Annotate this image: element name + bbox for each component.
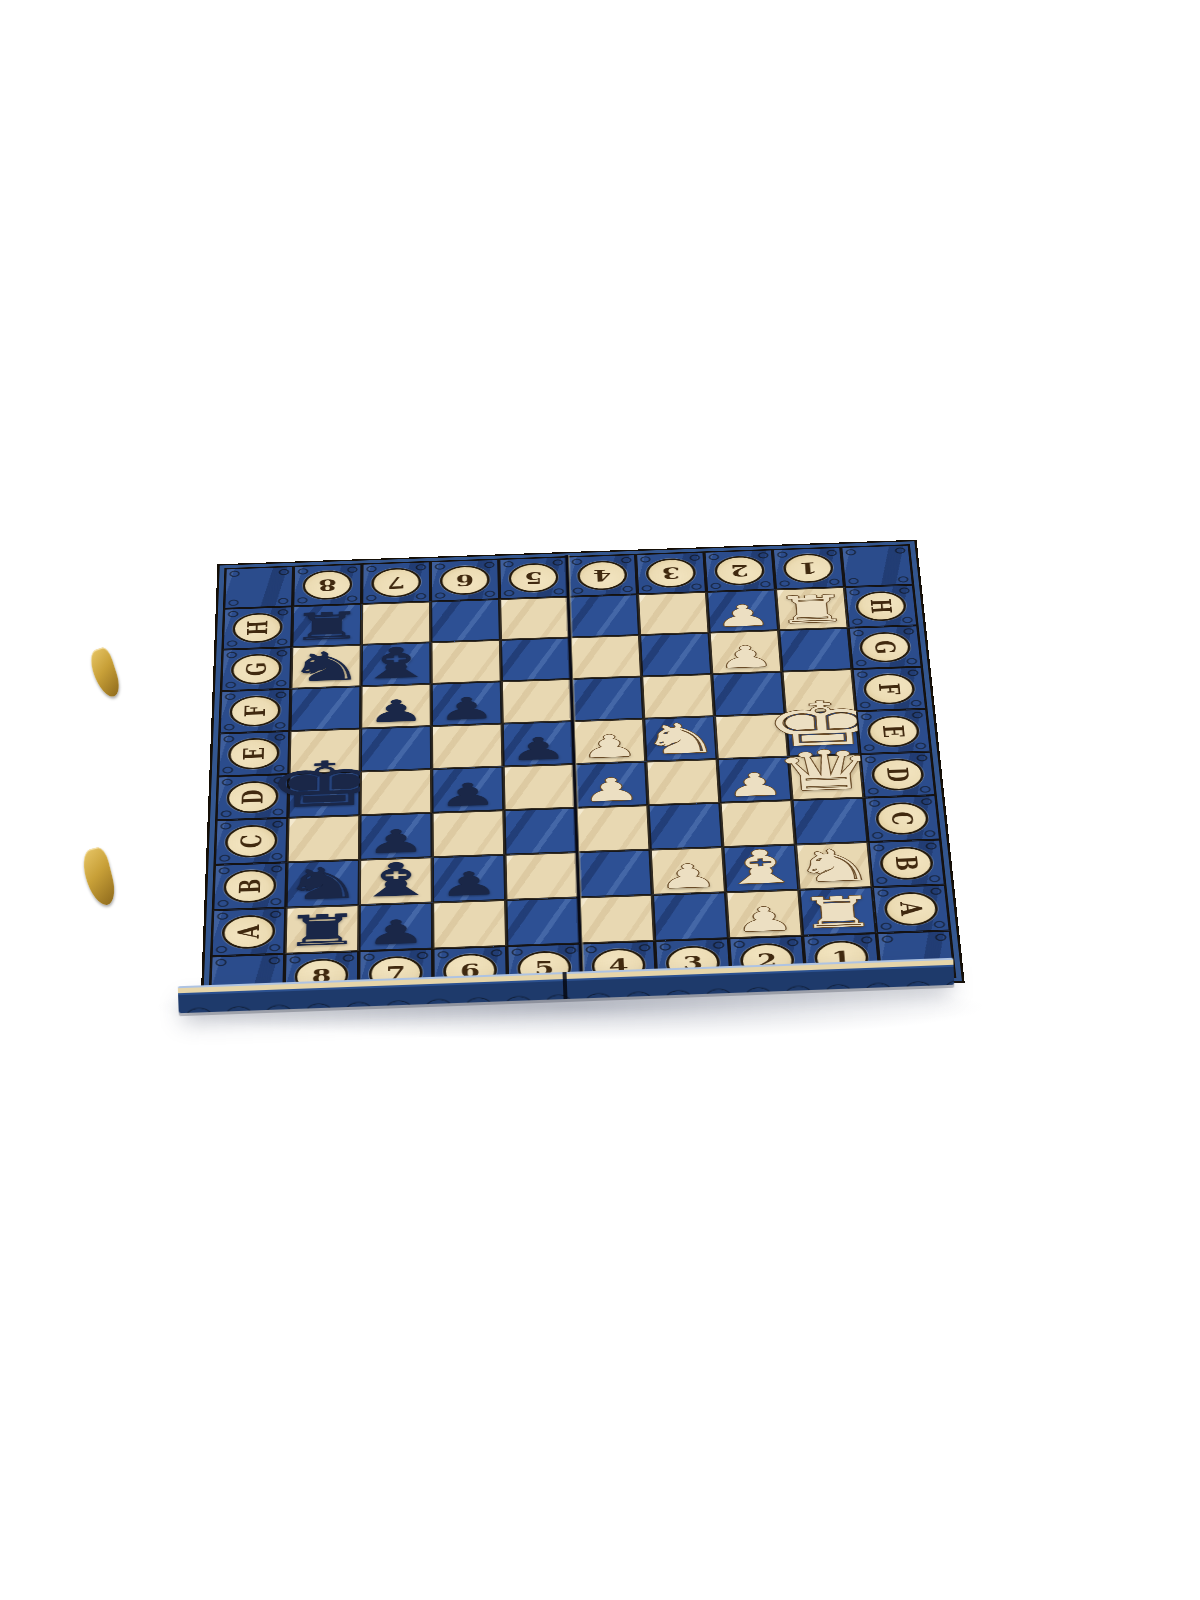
coord-top-1: 1 (772, 547, 844, 589)
square-d7[interactable] (360, 769, 432, 815)
piece-white-pawn-b3[interactable]: ♟ (657, 859, 719, 893)
coord-top-3: 3 (636, 552, 707, 594)
square-h4[interactable] (569, 594, 640, 637)
coord-disc: C (875, 802, 930, 836)
square-c3[interactable] (648, 803, 723, 850)
square-h2[interactable]: ♟ (707, 589, 779, 632)
square-f8[interactable] (290, 686, 361, 731)
square-c6[interactable] (432, 810, 505, 857)
coord-disc: 3 (645, 558, 696, 589)
square-b3[interactable]: ♟ (650, 847, 726, 895)
piece-white-pawn-d4[interactable]: ♟ (581, 773, 641, 806)
piece-black-pawn-e5[interactable]: ♟ (509, 733, 568, 766)
piece-white-rook-h1[interactable]: ♜ (774, 590, 850, 630)
coord-disc: 5 (508, 563, 558, 594)
square-a2[interactable]: ♟ (726, 890, 803, 939)
piece-black-pawn-f6[interactable]: ♟ (437, 693, 495, 725)
piece-black-bishop-g7[interactable]: ♝ (355, 641, 437, 686)
square-h6[interactable] (431, 599, 501, 642)
coord-disc: 7 (371, 567, 421, 598)
coord-disc: D (870, 758, 925, 791)
square-f3[interactable] (642, 674, 715, 719)
page: { "game": "chess", "board": { "files_top… (0, 0, 1200, 1600)
board-face: 87654321H♜♟♜HG♞♝♟GF♟♟FE♟♟♞♚ED♚♟♟♟♛DC♟CB♞… (200, 540, 964, 1009)
square-h8[interactable]: ♜ (292, 604, 362, 647)
square-f5[interactable] (501, 679, 573, 724)
square-d5[interactable] (503, 764, 576, 810)
coord-disc: A (883, 891, 939, 926)
coord-disc: G (858, 631, 911, 663)
square-d3[interactable] (646, 759, 720, 805)
coord-disc: F (229, 695, 281, 727)
square-a3[interactable] (652, 892, 728, 941)
square-g8[interactable]: ♞ (291, 645, 361, 689)
square-e5[interactable]: ♟ (502, 721, 574, 766)
square-f6[interactable]: ♟ (431, 681, 502, 726)
coord-disc: 1 (782, 553, 834, 584)
square-d6[interactable]: ♟ (432, 767, 504, 813)
coord-disc: H (232, 612, 283, 643)
piece-white-pawn-g2[interactable]: ♟ (716, 641, 775, 672)
square-d4[interactable]: ♟ (574, 762, 648, 808)
piece-black-knight-g8[interactable]: ♞ (287, 645, 365, 688)
piece-black-knight-b8[interactable]: ♞ (282, 860, 364, 906)
perspective-stage: 87654321H♜♟♜HG♞♝♟GF♟♟FE♟♟♞♚ED♚♟♟♟♛DC♟CB♞… (217, 540, 941, 1264)
brass-clasp-icon (87, 646, 123, 700)
square-g6[interactable] (431, 640, 501, 684)
square-d8[interactable]: ♚ (288, 772, 360, 818)
square-h1[interactable]: ♜ (775, 587, 848, 630)
square-b5[interactable] (505, 852, 579, 900)
piece-black-pawn-b6[interactable]: ♟ (439, 867, 499, 901)
square-a5[interactable] (506, 897, 581, 946)
coord-disc: B (223, 869, 277, 904)
piece-white-rook-a1[interactable]: ♜ (797, 890, 878, 935)
square-b7[interactable]: ♝ (359, 857, 432, 905)
coord-right-H: H (844, 585, 917, 628)
piece-white-pawn-a2[interactable]: ♟ (733, 902, 796, 937)
square-a6[interactable] (432, 900, 506, 949)
coord-right-D: D (860, 752, 936, 798)
coord-disc: 4 (577, 560, 628, 591)
board-grid: 87654321H♜♟♜HG♞♝♟GF♟♟FE♟♟♞♚ED♚♟♟♟♛DC♟CB♞… (209, 545, 955, 1004)
coord-top-4: 4 (567, 554, 637, 596)
square-b8[interactable]: ♞ (286, 860, 360, 908)
square-c1[interactable] (792, 798, 868, 845)
coord-disc: G (231, 653, 282, 685)
square-a1[interactable]: ♜ (799, 887, 877, 936)
coord-disc: H (855, 591, 908, 622)
square-g5[interactable] (500, 637, 571, 681)
square-h3[interactable] (638, 592, 710, 635)
square-a4[interactable] (579, 895, 655, 944)
piece-black-bishop-b7[interactable]: ♝ (353, 855, 439, 904)
coord-right-G: G (848, 625, 922, 669)
coord-top-6: 6 (430, 559, 499, 602)
square-c8[interactable] (287, 815, 360, 862)
coord-disc: 6 (440, 565, 490, 596)
square-b6[interactable]: ♟ (432, 855, 506, 903)
square-b1[interactable]: ♞ (795, 842, 872, 890)
square-g3[interactable] (640, 633, 712, 677)
coord-left-F: F (219, 689, 291, 734)
square-b2[interactable]: ♝ (723, 845, 799, 893)
square-a7[interactable]: ♟ (359, 903, 433, 952)
square-f7[interactable]: ♟ (361, 684, 432, 729)
square-g4[interactable] (570, 635, 642, 679)
coord-left-C: C (214, 818, 288, 865)
piece-black-pawn-d6[interactable]: ♟ (438, 778, 497, 811)
square-e6[interactable] (431, 724, 503, 769)
coord-right-B: B (868, 839, 945, 887)
square-e3[interactable]: ♞ (644, 716, 717, 761)
border-corner (841, 545, 914, 587)
piece-white-pawn-e4[interactable]: ♟ (580, 730, 640, 763)
coord-left-B: B (213, 862, 287, 910)
coord-top-7: 7 (362, 561, 431, 604)
coord-right-A: A (872, 885, 950, 934)
piece-white-knight-e3[interactable]: ♞ (640, 717, 721, 761)
square-e4[interactable]: ♟ (573, 719, 646, 764)
piece-black-rook-a8[interactable]: ♜ (283, 908, 361, 953)
square-g1[interactable] (779, 628, 852, 672)
piece-black-pawn-f7[interactable]: ♟ (367, 695, 425, 727)
coord-disc: A (221, 914, 275, 949)
coord-top-5: 5 (499, 557, 569, 599)
piece-black-pawn-a7[interactable]: ♟ (365, 915, 426, 950)
square-c5[interactable] (504, 808, 578, 855)
square-g2[interactable]: ♟ (709, 630, 782, 674)
square-c4[interactable] (576, 805, 650, 852)
border-corner (224, 566, 294, 609)
coord-right-C: C (864, 795, 941, 842)
square-h5[interactable] (500, 597, 570, 640)
square-d1[interactable]: ♛ (789, 754, 864, 800)
brass-clasp-icon (79, 846, 118, 909)
piece-white-knight-b1[interactable]: ♞ (791, 843, 876, 889)
piece-white-pawn-h2[interactable]: ♟ (713, 601, 772, 632)
square-b4[interactable] (577, 850, 652, 898)
chessboard-scene: 87654321H♜♟♜HG♞♝♟GF♟♟FE♟♟♞♚ED♚♟♟♟♛DC♟CB♞… (217, 540, 929, 946)
coord-disc: 8 (302, 570, 352, 601)
coord-top-8: 8 (293, 564, 362, 607)
piece-black-rook-h8[interactable]: ♜ (290, 607, 364, 647)
coord-left-A: A (211, 908, 286, 957)
coord-left-G: G (221, 647, 292, 691)
square-f4[interactable] (571, 676, 643, 721)
coord-disc: B (879, 846, 935, 880)
coord-top-2: 2 (704, 549, 776, 591)
square-g7[interactable]: ♝ (361, 642, 431, 686)
square-a8[interactable]: ♜ (285, 905, 359, 954)
coord-disc: 2 (714, 555, 766, 586)
coord-left-H: H (222, 606, 292, 649)
coord-disc: C (225, 824, 278, 858)
